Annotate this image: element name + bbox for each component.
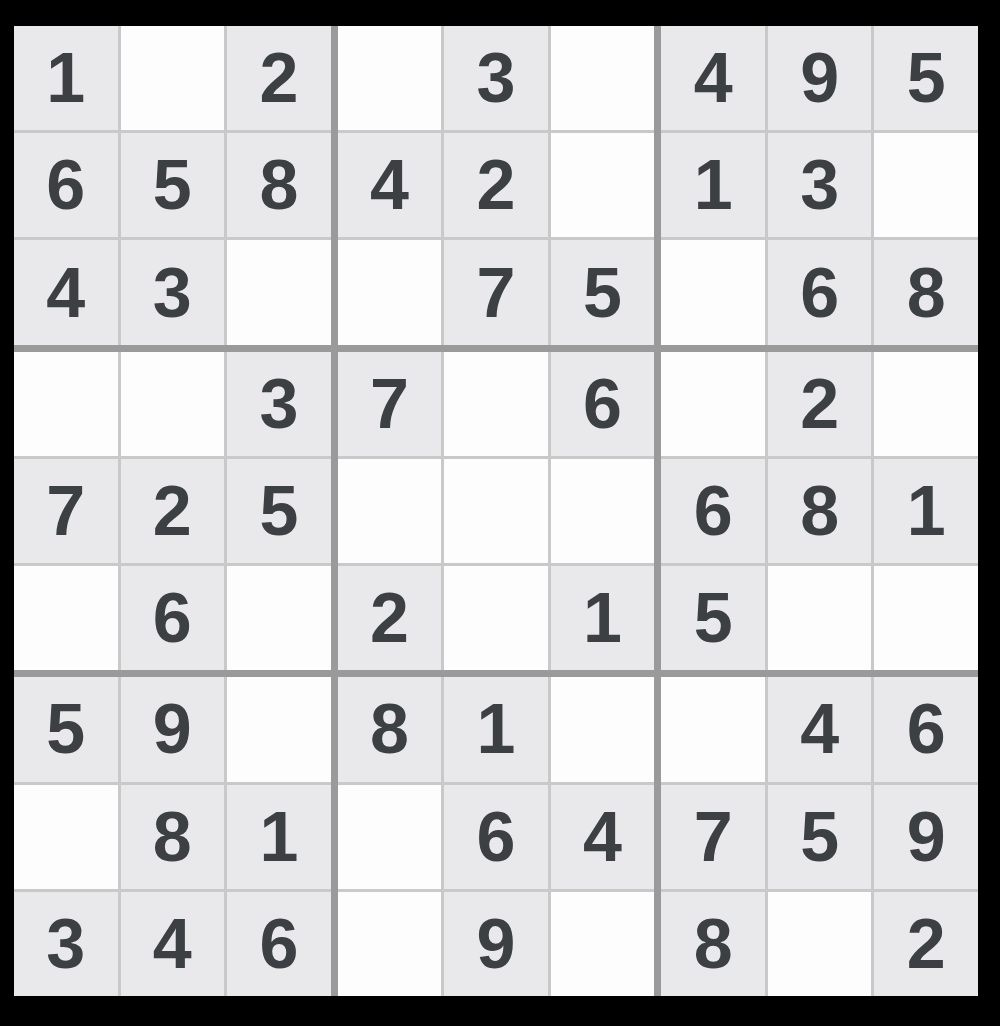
cell-r3c7[interactable]: [661, 240, 765, 344]
cell-r8c9[interactable]: 9: [874, 785, 978, 889]
cell-r1c1[interactable]: 1: [14, 26, 118, 130]
cell-r6c5[interactable]: [444, 566, 548, 670]
cell-r9c8[interactable]: [768, 892, 872, 996]
cell-r6c8[interactable]: [768, 566, 872, 670]
cell-r7c1[interactable]: 5: [14, 677, 118, 781]
cell-r4c1[interactable]: [14, 352, 118, 456]
cell-r7c7[interactable]: [661, 677, 765, 781]
cell-r8c3[interactable]: 1: [227, 785, 331, 889]
cell-r5c5[interactable]: [444, 459, 548, 563]
cell-r4c5[interactable]: [444, 352, 548, 456]
cell-r1c8[interactable]: 9: [768, 26, 872, 130]
box-1-1: 1265843: [14, 26, 331, 345]
cell-r8c7[interactable]: 7: [661, 785, 765, 889]
cell-r1c4[interactable]: [338, 26, 442, 130]
cell-r4c7[interactable]: [661, 352, 765, 456]
cell-r4c8[interactable]: 2: [768, 352, 872, 456]
cell-r3c8[interactable]: 6: [768, 240, 872, 344]
cell-r1c6[interactable]: [551, 26, 655, 130]
cell-r4c2[interactable]: [121, 352, 225, 456]
cell-r3c3[interactable]: [227, 240, 331, 344]
cell-r9c9[interactable]: 2: [874, 892, 978, 996]
cell-r1c9[interactable]: 5: [874, 26, 978, 130]
cell-r7c4[interactable]: 8: [338, 677, 442, 781]
cell-r2c5[interactable]: 2: [444, 133, 548, 237]
cell-r6c1[interactable]: [14, 566, 118, 670]
sudoku-board: 1265843342754951368372567621268155981346…: [14, 26, 978, 996]
box-3-1: 5981346: [14, 677, 331, 996]
cell-r1c7[interactable]: 4: [661, 26, 765, 130]
cell-r2c2[interactable]: 5: [121, 133, 225, 237]
cell-r6c7[interactable]: 5: [661, 566, 765, 670]
cell-r8c4[interactable]: [338, 785, 442, 889]
cell-r7c3[interactable]: [227, 677, 331, 781]
cell-r5c6[interactable]: [551, 459, 655, 563]
cell-r2c9[interactable]: [874, 133, 978, 237]
cell-r8c8[interactable]: 5: [768, 785, 872, 889]
cell-r5c2[interactable]: 2: [121, 459, 225, 563]
cell-r7c9[interactable]: 6: [874, 677, 978, 781]
cell-r9c5[interactable]: 9: [444, 892, 548, 996]
cell-r6c9[interactable]: [874, 566, 978, 670]
cell-r7c8[interactable]: 4: [768, 677, 872, 781]
cell-r7c2[interactable]: 9: [121, 677, 225, 781]
cell-r5c7[interactable]: 6: [661, 459, 765, 563]
cell-r1c2[interactable]: [121, 26, 225, 130]
cell-r8c1[interactable]: [14, 785, 118, 889]
cell-r9c3[interactable]: 6: [227, 892, 331, 996]
cell-r2c7[interactable]: 1: [661, 133, 765, 237]
cell-r8c2[interactable]: 8: [121, 785, 225, 889]
cell-r2c1[interactable]: 6: [14, 133, 118, 237]
cell-r3c6[interactable]: 5: [551, 240, 655, 344]
cell-r2c6[interactable]: [551, 133, 655, 237]
cell-r9c6[interactable]: [551, 892, 655, 996]
cell-r4c3[interactable]: 3: [227, 352, 331, 456]
cell-r6c3[interactable]: [227, 566, 331, 670]
cell-r3c2[interactable]: 3: [121, 240, 225, 344]
cell-r6c2[interactable]: 6: [121, 566, 225, 670]
cell-r3c5[interactable]: 7: [444, 240, 548, 344]
cell-r6c4[interactable]: 2: [338, 566, 442, 670]
cell-r9c4[interactable]: [338, 892, 442, 996]
cell-r9c1[interactable]: 3: [14, 892, 118, 996]
cell-r5c4[interactable]: [338, 459, 442, 563]
box-2-1: 37256: [14, 352, 331, 671]
cell-r3c4[interactable]: [338, 240, 442, 344]
cell-r5c8[interactable]: 8: [768, 459, 872, 563]
cell-r3c9[interactable]: 8: [874, 240, 978, 344]
box-2-3: 26815: [661, 352, 978, 671]
cell-r9c2[interactable]: 4: [121, 892, 225, 996]
cell-r6c6[interactable]: 1: [551, 566, 655, 670]
cell-r4c9[interactable]: [874, 352, 978, 456]
cell-r2c4[interactable]: 4: [338, 133, 442, 237]
cell-r4c6[interactable]: 6: [551, 352, 655, 456]
box-1-2: 34275: [338, 26, 655, 345]
box-2-2: 7621: [338, 352, 655, 671]
cell-r4c4[interactable]: 7: [338, 352, 442, 456]
box-3-2: 81649: [338, 677, 655, 996]
cell-r1c5[interactable]: 3: [444, 26, 548, 130]
cell-r5c1[interactable]: 7: [14, 459, 118, 563]
cell-r7c6[interactable]: [551, 677, 655, 781]
box-1-3: 4951368: [661, 26, 978, 345]
cell-r5c3[interactable]: 5: [227, 459, 331, 563]
cell-r8c5[interactable]: 6: [444, 785, 548, 889]
cell-r9c7[interactable]: 8: [661, 892, 765, 996]
cell-r2c8[interactable]: 3: [768, 133, 872, 237]
cell-r1c3[interactable]: 2: [227, 26, 331, 130]
cell-r8c6[interactable]: 4: [551, 785, 655, 889]
cell-r2c3[interactable]: 8: [227, 133, 331, 237]
cell-r7c5[interactable]: 1: [444, 677, 548, 781]
box-3-3: 4675982: [661, 677, 978, 996]
cell-r3c1[interactable]: 4: [14, 240, 118, 344]
cell-r5c9[interactable]: 1: [874, 459, 978, 563]
